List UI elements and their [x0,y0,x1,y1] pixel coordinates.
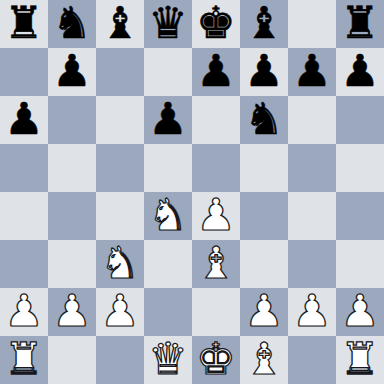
chess-board: ♜♞♝♛♚♝♜♟♟♟♟♟♟♟♞♞♟♞♝♟♟♟♟♟♟♜♛♚♝♜ [0,0,384,384]
square-b1[interactable] [48,336,96,384]
piece-black-rook[interactable]: ♜ [4,0,43,47]
square-a8[interactable]: ♜ [0,0,48,48]
piece-white-bishop[interactable]: ♝ [196,240,235,287]
square-e5[interactable] [192,144,240,192]
square-a2[interactable]: ♟ [0,288,48,336]
piece-black-pawn[interactable]: ♟ [244,48,283,95]
piece-white-rook[interactable]: ♜ [4,336,43,383]
piece-white-pawn[interactable]: ♟ [4,288,43,335]
piece-black-king[interactable]: ♚ [196,0,235,47]
square-c7[interactable] [96,48,144,96]
square-g5[interactable] [288,144,336,192]
square-c6[interactable] [96,96,144,144]
square-g7[interactable]: ♟ [288,48,336,96]
piece-black-knight[interactable]: ♞ [244,96,283,143]
square-b6[interactable] [48,96,96,144]
square-f1[interactable]: ♝ [240,336,288,384]
square-d4[interactable]: ♞ [144,192,192,240]
square-a7[interactable] [0,48,48,96]
piece-black-bishop[interactable]: ♝ [244,0,283,47]
square-a6[interactable]: ♟ [0,96,48,144]
square-h2[interactable]: ♟ [336,288,384,336]
square-h7[interactable]: ♟ [336,48,384,96]
square-b7[interactable]: ♟ [48,48,96,96]
square-d1[interactable]: ♛ [144,336,192,384]
square-a3[interactable] [0,240,48,288]
piece-black-pawn[interactable]: ♟ [52,48,91,95]
square-g4[interactable] [288,192,336,240]
square-d2[interactable] [144,288,192,336]
square-e6[interactable] [192,96,240,144]
square-h6[interactable] [336,96,384,144]
square-f2[interactable]: ♟ [240,288,288,336]
square-c4[interactable] [96,192,144,240]
piece-white-knight[interactable]: ♞ [148,192,187,239]
piece-black-pawn[interactable]: ♟ [148,96,187,143]
piece-black-pawn[interactable]: ♟ [4,96,43,143]
square-g8[interactable] [288,0,336,48]
piece-white-pawn[interactable]: ♟ [196,192,235,239]
square-f8[interactable]: ♝ [240,0,288,48]
square-f5[interactable] [240,144,288,192]
piece-white-queen[interactable]: ♛ [148,336,187,383]
square-e1[interactable]: ♚ [192,336,240,384]
piece-black-pawn[interactable]: ♟ [292,48,331,95]
piece-black-queen[interactable]: ♛ [148,0,187,47]
square-e4[interactable]: ♟ [192,192,240,240]
square-h3[interactable] [336,240,384,288]
piece-white-rook[interactable]: ♜ [340,336,379,383]
piece-black-rook[interactable]: ♜ [340,0,379,47]
square-h8[interactable]: ♜ [336,0,384,48]
square-a5[interactable] [0,144,48,192]
square-c5[interactable] [96,144,144,192]
piece-white-pawn[interactable]: ♟ [244,288,283,335]
square-b3[interactable] [48,240,96,288]
square-d5[interactable] [144,144,192,192]
square-b5[interactable] [48,144,96,192]
square-f4[interactable] [240,192,288,240]
square-g6[interactable] [288,96,336,144]
square-b4[interactable] [48,192,96,240]
square-h5[interactable] [336,144,384,192]
piece-white-knight[interactable]: ♞ [100,240,139,287]
square-e3[interactable]: ♝ [192,240,240,288]
square-b2[interactable]: ♟ [48,288,96,336]
piece-black-knight[interactable]: ♞ [52,0,91,47]
piece-white-king[interactable]: ♚ [196,336,235,383]
square-b8[interactable]: ♞ [48,0,96,48]
piece-black-pawn[interactable]: ♟ [196,48,235,95]
square-f3[interactable] [240,240,288,288]
piece-black-pawn[interactable]: ♟ [340,48,379,95]
square-c1[interactable] [96,336,144,384]
square-h4[interactable] [336,192,384,240]
square-f6[interactable]: ♞ [240,96,288,144]
square-g3[interactable] [288,240,336,288]
piece-white-bishop[interactable]: ♝ [244,336,283,383]
square-a4[interactable] [0,192,48,240]
square-g1[interactable] [288,336,336,384]
square-g2[interactable]: ♟ [288,288,336,336]
piece-white-pawn[interactable]: ♟ [100,288,139,335]
piece-white-pawn[interactable]: ♟ [52,288,91,335]
piece-black-bishop[interactable]: ♝ [100,0,139,47]
square-e8[interactable]: ♚ [192,0,240,48]
piece-white-pawn[interactable]: ♟ [340,288,379,335]
square-d3[interactable] [144,240,192,288]
square-h1[interactable]: ♜ [336,336,384,384]
square-d8[interactable]: ♛ [144,0,192,48]
square-d7[interactable] [144,48,192,96]
square-f7[interactable]: ♟ [240,48,288,96]
square-e2[interactable] [192,288,240,336]
square-d6[interactable]: ♟ [144,96,192,144]
square-e7[interactable]: ♟ [192,48,240,96]
square-c8[interactable]: ♝ [96,0,144,48]
square-c3[interactable]: ♞ [96,240,144,288]
piece-white-pawn[interactable]: ♟ [292,288,331,335]
square-c2[interactable]: ♟ [96,288,144,336]
square-a1[interactable]: ♜ [0,336,48,384]
